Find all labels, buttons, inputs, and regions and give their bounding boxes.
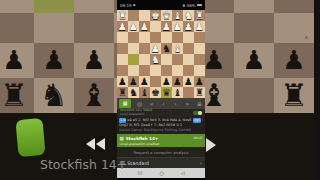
green-sticker: [15, 118, 45, 157]
bg-square-a7: ♟: [274, 43, 314, 78]
white-pawn-c2[interactable]: ♟: [172, 21, 183, 32]
bottom-sheet: ▦ Stockfish 14+ NNUE Local evaluation en…: [117, 133, 205, 168]
bg-square-h7: ♟: [0, 43, 34, 78]
square-f6[interactable]: [139, 65, 150, 76]
white-knight-e5[interactable]: ♞: [150, 54, 161, 65]
black-pawn-c7[interactable]: ♟: [172, 76, 183, 87]
square-a6[interactable]: [194, 65, 205, 76]
black-pawn-f7[interactable]: ♟: [139, 76, 150, 87]
back-move-button[interactable]: ‹: [160, 99, 167, 108]
bg-square-h6: [0, 13, 34, 43]
square-e6[interactable]: [150, 65, 161, 76]
square-d6[interactable]: [161, 65, 172, 76]
white-pawn-a2[interactable]: ♟: [194, 21, 205, 32]
black-pawn-d7[interactable]: ♟: [161, 76, 172, 87]
signal-icon: ▲: [182, 3, 185, 7]
square-g3[interactable]: [128, 32, 139, 43]
square-b8[interactable]: [183, 87, 194, 98]
white-pawn-d2[interactable]: ♟: [161, 21, 172, 32]
phone-bottom-strip: [117, 178, 205, 180]
square-f5[interactable]: [139, 54, 150, 65]
analysis-toolbar: ▦◎«‹›»≡: [117, 98, 205, 109]
white-pawn-b2[interactable]: ♟: [183, 21, 194, 32]
white-pawn-h2[interactable]: ♟: [117, 21, 128, 32]
menu-button[interactable]: ≡: [196, 99, 203, 108]
bg-square-g7: ♟: [34, 43, 74, 78]
bg-square-f7: ♟: [74, 43, 114, 78]
video-caption: Stockfish 14+: [40, 157, 127, 172]
bg-square-f5: [74, 0, 114, 13]
square-e3[interactable]: [150, 32, 161, 43]
square-g1[interactable]: [128, 10, 139, 21]
square-h3[interactable]: [117, 32, 128, 43]
bg-square-h8: ♜: [0, 78, 34, 113]
video-frame: ♞♟♟♟♟♟♟♟♜♞♝♚♛♝♜ 6 Stockfish 14+ 09:19 ▪ …: [0, 0, 320, 180]
go-last-button[interactable]: »: [184, 99, 191, 108]
engine-banner[interactable]: ▦ Stockfish 14+ NNUE Local evaluation en…: [117, 134, 205, 147]
black-knight-d4[interactable]: ♞: [161, 43, 172, 54]
square-g4[interactable]: [128, 43, 139, 54]
bg-square-a8: ♜: [274, 78, 314, 113]
engine-move-list[interactable]: 1-0 e4 e5 2. Nf3 Nc6 3. Bc4 Nd4 4. Nxe5 …: [117, 117, 205, 133]
bg-square-b8: [234, 78, 274, 113]
recents-button[interactable]: |||: [137, 168, 142, 178]
bg-square-a6: [274, 13, 314, 43]
status-bar: 09:19 ▪ ▲ 46%: [117, 0, 205, 10]
white-king-e1[interactable]: ♚: [150, 10, 161, 21]
white-rook-a1[interactable]: ♜: [194, 10, 205, 21]
square-d3[interactable]: [161, 32, 172, 43]
battery-icon: [197, 4, 202, 7]
black-pawn-g7[interactable]: ♟: [128, 76, 139, 87]
black-bishop-c8[interactable]: ♝: [172, 87, 183, 98]
bg-square-g8: ♞: [34, 78, 74, 113]
square-b3[interactable]: [183, 32, 194, 43]
request-analysis-button[interactable]: Request a computer analysis: [117, 150, 205, 155]
square-c6[interactable]: [172, 65, 183, 76]
phone-screen: 09:19 ▪ ▲ 46% ♜♚♛♝♞♜♟♟♟♟♟♟♟♟♞♝♞♟♟♟♟♟♟♟♜♞…: [117, 0, 205, 180]
white-rook-h1[interactable]: ♜: [117, 10, 128, 21]
square-c5[interactable]: [172, 54, 183, 65]
black-bishop-f8[interactable]: ♝: [139, 87, 150, 98]
square-b5[interactable]: [183, 54, 194, 65]
black-queen-d8[interactable]: ♛: [161, 87, 172, 98]
white-bishop-c4[interactable]: ♝: [172, 43, 183, 54]
square-a4[interactable]: [194, 43, 205, 54]
banner-title: Stockfish 14+: [126, 136, 192, 141]
black-pawn-h7[interactable]: ♟: [117, 76, 128, 87]
square-h6[interactable]: [117, 65, 128, 76]
black-pawn-b7[interactable]: ♟: [183, 76, 194, 87]
square-b6[interactable]: [183, 65, 194, 76]
banner-meta: NNUE: [193, 136, 202, 140]
chess-board[interactable]: ♜♚♛♝♞♜♟♟♟♟♟♟♟♟♞♝♞♟♟♟♟♟♟♟♜♞♝♚♛♝♜: [117, 10, 205, 98]
black-rook-h8[interactable]: ♜: [117, 87, 128, 98]
bg-square-b7: ♟: [234, 43, 274, 78]
white-pawn-g2[interactable]: ♟: [128, 21, 139, 32]
bg-square-h5: [0, 0, 34, 13]
play-icon[interactable]: [206, 138, 216, 152]
bg-square-a5: [274, 0, 314, 13]
white-queen-d1[interactable]: ♛: [161, 10, 172, 21]
bg-square-f8: ♝: [74, 78, 114, 113]
white-bishop-c1[interactable]: ♝: [172, 10, 183, 21]
black-pawn-a7[interactable]: ♟: [194, 76, 205, 87]
white-knight-b1[interactable]: ♞: [183, 10, 194, 21]
square-h5[interactable]: [117, 54, 128, 65]
settings-button[interactable]: ◎: [136, 99, 143, 108]
square-e7[interactable]: [150, 76, 161, 87]
square-f4[interactable]: [139, 43, 150, 54]
bg-square-f6: [74, 13, 114, 43]
engine-toggle-switch[interactable]: [193, 111, 202, 116]
cpu-icon: ▦: [120, 136, 124, 141]
forward-move-button[interactable]: ›: [172, 99, 179, 108]
square-f3[interactable]: [139, 32, 150, 43]
background-right-edge: [314, 0, 320, 180]
square-e2[interactable]: [150, 21, 161, 32]
battery-percent: 46%: [187, 3, 196, 8]
engine-row[interactable]: Stockfish 14+ NNUE Local evaluation: [117, 109, 205, 117]
square-a3[interactable]: [194, 32, 205, 43]
black-rook-a8[interactable]: ♜: [194, 87, 205, 98]
black-king-e8[interactable]: ♚: [150, 87, 161, 98]
square-d5[interactable]: [161, 54, 172, 65]
background-rank-coordinate: 6: [305, 35, 308, 40]
square-g6[interactable]: [128, 65, 139, 76]
clock: 09:19: [120, 3, 132, 8]
engine-button[interactable]: ▦: [119, 99, 131, 108]
android-navbar: |||○◁: [117, 168, 205, 178]
white-pawn-e4[interactable]: ♟: [150, 43, 161, 54]
bg-square-g5: [34, 0, 74, 13]
variant-selector[interactable]: ⚄ Standard ›: [117, 157, 205, 168]
black-knight-g8[interactable]: ♞: [128, 87, 139, 98]
home-button[interactable]: ○: [159, 168, 163, 178]
variant-label: Standard: [127, 161, 197, 166]
bg-square-b5: [234, 0, 274, 13]
square-b4[interactable]: [183, 43, 194, 54]
square-h4[interactable]: [117, 43, 128, 54]
rewind-icon[interactable]: [86, 138, 106, 150]
square-a5[interactable]: [194, 54, 205, 65]
notification-icon: ▪: [133, 3, 135, 7]
bg-square-g6: [34, 13, 74, 43]
bg-square-b6: [234, 13, 274, 43]
white-pawn-f2[interactable]: ♟: [139, 21, 150, 32]
banner-subtitle: Local evaluation enabled: [120, 142, 203, 146]
chevron-right-icon: ›: [200, 160, 202, 166]
square-c3[interactable]: [172, 32, 183, 43]
square-f1[interactable]: [139, 10, 150, 21]
back-button[interactable]: ◁: [181, 168, 185, 178]
square-g5[interactable]: [128, 54, 139, 65]
go-first-button[interactable]: «: [148, 99, 155, 108]
